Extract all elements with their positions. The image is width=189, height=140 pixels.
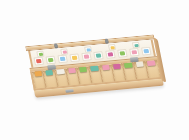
slot-tile[interactable] [45, 70, 53, 76]
tile-picture-glyph [86, 48, 91, 51]
tile-picture-glyph [84, 54, 90, 58]
picture-tile[interactable] [93, 51, 104, 60]
tile-picture-glyph [120, 51, 126, 55]
hinge-icon [54, 43, 58, 47]
tile-picture-glyph [143, 49, 149, 53]
tile-picture-glyph [60, 57, 66, 61]
slot-tile[interactable] [113, 64, 121, 70]
tile-picture-glyph [38, 52, 43, 55]
slot-tile[interactable] [68, 68, 76, 74]
tile-picture-glyph [96, 53, 102, 57]
tile-picture-glyph [108, 52, 114, 56]
picture-tile[interactable] [129, 48, 140, 57]
tile-picture-glyph [48, 58, 54, 62]
picture-tile[interactable] [45, 56, 56, 65]
clasp-plate-icon [65, 89, 74, 93]
slot-tile[interactable] [34, 71, 42, 77]
tile-picture-glyph [134, 43, 139, 46]
picture-tile[interactable] [57, 55, 68, 64]
slot-tile[interactable] [79, 67, 87, 73]
slot-tile[interactable] [56, 69, 64, 75]
slot-tile[interactable] [124, 63, 132, 69]
slot-tile[interactable] [90, 66, 98, 72]
wooden-game-box [25, 34, 164, 97]
slot-tile[interactable] [147, 60, 156, 66]
picture-tile[interactable] [117, 49, 128, 58]
tile-picture-glyph [131, 50, 137, 54]
slot-tile[interactable] [102, 65, 110, 71]
picture-tile[interactable] [105, 50, 116, 59]
picture-tile[interactable] [81, 52, 92, 61]
tile-picture-glyph [110, 46, 115, 49]
product-photo-scene [0, 0, 189, 140]
tile-picture-glyph [62, 50, 67, 53]
hinge-icon [105, 39, 109, 43]
tile-picture-glyph [72, 56, 78, 60]
picture-tile[interactable] [141, 47, 152, 56]
tile-picture-glyph [36, 59, 42, 63]
slot-tile[interactable] [136, 62, 144, 68]
picture-tile[interactable] [69, 53, 80, 62]
picture-tile[interactable] [33, 57, 44, 66]
